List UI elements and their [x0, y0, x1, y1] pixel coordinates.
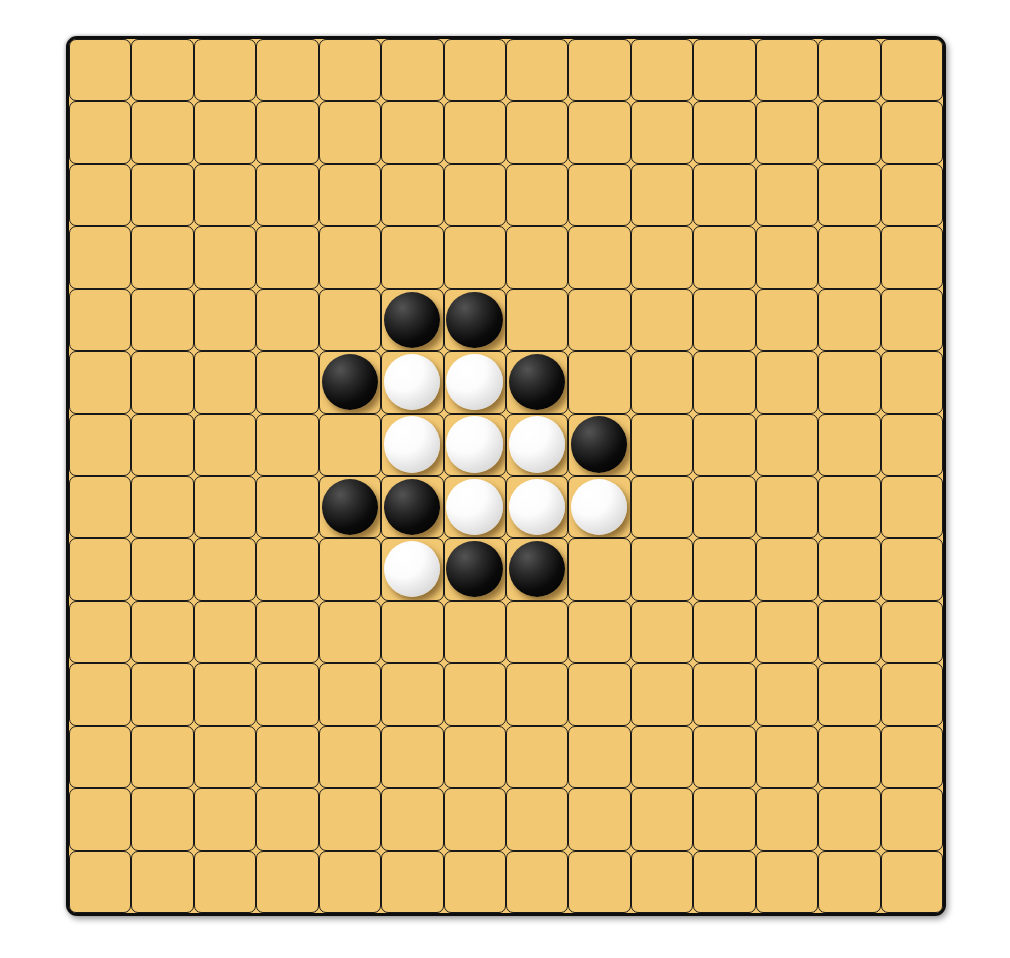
- board-cell[interactable]: [818, 663, 880, 725]
- black-stone: [384, 479, 440, 535]
- black-stone: [322, 479, 378, 535]
- board-cell[interactable]: [381, 101, 443, 163]
- board-cell[interactable]: [693, 39, 755, 101]
- board-cell[interactable]: [69, 164, 131, 226]
- board-cell[interactable]: [194, 851, 256, 913]
- board-cell[interactable]: [381, 351, 443, 413]
- board-cell[interactable]: [818, 788, 880, 850]
- board-cell[interactable]: [194, 351, 256, 413]
- board-cell[interactable]: [194, 538, 256, 600]
- board-cell[interactable]: [693, 538, 755, 600]
- board-cell[interactable]: [756, 164, 818, 226]
- white-stone: [509, 479, 565, 535]
- board-cell[interactable]: [568, 663, 630, 725]
- board-cell[interactable]: [131, 351, 193, 413]
- board-cell[interactable]: [381, 663, 443, 725]
- black-stone: [571, 416, 627, 472]
- board-cell[interactable]: [506, 414, 568, 476]
- board-cell[interactable]: [631, 351, 693, 413]
- board-cell[interactable]: [631, 851, 693, 913]
- board-cell[interactable]: [131, 726, 193, 788]
- board-cell[interactable]: [256, 601, 318, 663]
- board-cell[interactable]: [631, 476, 693, 538]
- board-cell[interactable]: [319, 726, 381, 788]
- board-cell[interactable]: [131, 476, 193, 538]
- board-cell[interactable]: [506, 538, 568, 600]
- board-cell[interactable]: [131, 289, 193, 351]
- board-cell[interactable]: [319, 164, 381, 226]
- board-cell[interactable]: [756, 101, 818, 163]
- board-cell[interactable]: [256, 164, 318, 226]
- board-cell[interactable]: [506, 101, 568, 163]
- black-stone: [446, 292, 502, 348]
- board-cell[interactable]: [381, 601, 443, 663]
- board-cell[interactable]: [319, 351, 381, 413]
- board-cell[interactable]: [568, 788, 630, 850]
- white-stone: [384, 541, 440, 597]
- board-cell[interactable]: [319, 601, 381, 663]
- white-stone: [446, 479, 502, 535]
- black-stone: [446, 541, 502, 597]
- board-cell[interactable]: [506, 601, 568, 663]
- board-cell[interactable]: [256, 351, 318, 413]
- board-cell[interactable]: [631, 414, 693, 476]
- board-cell[interactable]: [319, 476, 381, 538]
- board-cell[interactable]: [381, 226, 443, 288]
- board-cell[interactable]: [881, 663, 943, 725]
- board-cell[interactable]: [881, 476, 943, 538]
- board-cell[interactable]: [319, 101, 381, 163]
- board-cell[interactable]: [256, 226, 318, 288]
- board-cell[interactable]: [194, 414, 256, 476]
- board-cell[interactable]: [631, 226, 693, 288]
- board-cell[interactable]: [818, 289, 880, 351]
- board-cell[interactable]: [381, 538, 443, 600]
- board-cell[interactable]: [319, 414, 381, 476]
- board-cell[interactable]: [568, 101, 630, 163]
- board-cell[interactable]: [693, 414, 755, 476]
- board-cell[interactable]: [381, 164, 443, 226]
- board-cell[interactable]: [444, 663, 506, 725]
- board-cell[interactable]: [756, 601, 818, 663]
- board-cell[interactable]: [568, 476, 630, 538]
- board-cell[interactable]: [194, 289, 256, 351]
- board-cell[interactable]: [756, 476, 818, 538]
- black-stone: [322, 354, 378, 410]
- board-cell[interactable]: [194, 788, 256, 850]
- board-cell[interactable]: [69, 663, 131, 725]
- board-cell[interactable]: [444, 39, 506, 101]
- board-cell[interactable]: [131, 164, 193, 226]
- board-cell[interactable]: [69, 39, 131, 101]
- board-cell[interactable]: [568, 726, 630, 788]
- board-cell[interactable]: [818, 726, 880, 788]
- board-cell[interactable]: [131, 851, 193, 913]
- board-cell[interactable]: [69, 101, 131, 163]
- go-board: [66, 36, 946, 916]
- board-cell[interactable]: [69, 788, 131, 850]
- board-cell[interactable]: [444, 101, 506, 163]
- board-cell[interactable]: [881, 538, 943, 600]
- board-cell[interactable]: [818, 538, 880, 600]
- board-cell[interactable]: [131, 39, 193, 101]
- board-cell[interactable]: [131, 226, 193, 288]
- board-cell[interactable]: [631, 164, 693, 226]
- board-cell[interactable]: [818, 476, 880, 538]
- board-cell[interactable]: [256, 476, 318, 538]
- board-cell[interactable]: [131, 788, 193, 850]
- board-cell[interactable]: [881, 351, 943, 413]
- board-cell[interactable]: [881, 601, 943, 663]
- board-cell[interactable]: [756, 351, 818, 413]
- board-cell[interactable]: [568, 226, 630, 288]
- board-cell[interactable]: [756, 538, 818, 600]
- board-cell[interactable]: [756, 39, 818, 101]
- board-cell[interactable]: [568, 851, 630, 913]
- board-cell[interactable]: [881, 101, 943, 163]
- board-cell[interactable]: [381, 414, 443, 476]
- board-cell[interactable]: [444, 788, 506, 850]
- board-cell[interactable]: [381, 289, 443, 351]
- board-cell[interactable]: [568, 39, 630, 101]
- board-cell[interactable]: [506, 289, 568, 351]
- board-cell[interactable]: [506, 726, 568, 788]
- board-cell[interactable]: [568, 538, 630, 600]
- board-cell[interactable]: [756, 226, 818, 288]
- board-cell[interactable]: [256, 289, 318, 351]
- board-cell[interactable]: [131, 414, 193, 476]
- board-cell[interactable]: [319, 538, 381, 600]
- board-cell[interactable]: [693, 851, 755, 913]
- board-cell[interactable]: [319, 788, 381, 850]
- board-cell[interactable]: [256, 788, 318, 850]
- board-cell[interactable]: [506, 851, 568, 913]
- board-cell[interactable]: [881, 226, 943, 288]
- board-cell[interactable]: [444, 851, 506, 913]
- board-cell[interactable]: [818, 101, 880, 163]
- board-cell[interactable]: [194, 726, 256, 788]
- board-cell[interactable]: [69, 289, 131, 351]
- board-cell[interactable]: [756, 663, 818, 725]
- board-cell[interactable]: [444, 164, 506, 226]
- board-cell[interactable]: [444, 414, 506, 476]
- board-cell[interactable]: [631, 788, 693, 850]
- board-cell[interactable]: [756, 289, 818, 351]
- board-cell[interactable]: [506, 226, 568, 288]
- board-cell[interactable]: [444, 601, 506, 663]
- board-cell[interactable]: [256, 663, 318, 725]
- board-cell[interactable]: [631, 538, 693, 600]
- board-cell[interactable]: [506, 476, 568, 538]
- board-cell[interactable]: [881, 164, 943, 226]
- board-cell[interactable]: [568, 164, 630, 226]
- board-cell[interactable]: [319, 851, 381, 913]
- board-cell[interactable]: [881, 414, 943, 476]
- board-cell[interactable]: [693, 788, 755, 850]
- board-cell[interactable]: [693, 289, 755, 351]
- board-cell[interactable]: [444, 538, 506, 600]
- page-background: [0, 0, 1010, 958]
- board-cell[interactable]: [131, 538, 193, 600]
- board-cell[interactable]: [256, 726, 318, 788]
- board-cell[interactable]: [568, 601, 630, 663]
- board-cell[interactable]: [631, 663, 693, 725]
- board-cell[interactable]: [693, 726, 755, 788]
- board-cell[interactable]: [818, 351, 880, 413]
- board-cell[interactable]: [131, 601, 193, 663]
- board-cell[interactable]: [69, 851, 131, 913]
- board-cell[interactable]: [194, 601, 256, 663]
- board-cell[interactable]: [444, 726, 506, 788]
- board-cell[interactable]: [506, 39, 568, 101]
- board-cell[interactable]: [693, 663, 755, 725]
- board-cell[interactable]: [818, 414, 880, 476]
- board-cell[interactable]: [756, 414, 818, 476]
- board-cell[interactable]: [818, 164, 880, 226]
- board-cell[interactable]: [131, 663, 193, 725]
- board-cell[interactable]: [818, 601, 880, 663]
- board-cell[interactable]: [69, 538, 131, 600]
- black-stone: [509, 541, 565, 597]
- board-cell[interactable]: [568, 351, 630, 413]
- board-cell[interactable]: [256, 39, 318, 101]
- white-stone: [384, 354, 440, 410]
- white-stone: [446, 416, 502, 472]
- white-stone: [446, 354, 502, 410]
- board-cell[interactable]: [756, 851, 818, 913]
- board-cell[interactable]: [319, 226, 381, 288]
- black-stone: [509, 354, 565, 410]
- board-cell[interactable]: [381, 39, 443, 101]
- board-cell[interactable]: [693, 351, 755, 413]
- board-cell[interactable]: [256, 538, 318, 600]
- board-cell[interactable]: [881, 39, 943, 101]
- black-stone: [384, 292, 440, 348]
- board-cell[interactable]: [506, 663, 568, 725]
- board-cell[interactable]: [506, 351, 568, 413]
- board-cell[interactable]: [693, 476, 755, 538]
- white-stone: [571, 479, 627, 535]
- board-cell[interactable]: [69, 351, 131, 413]
- board-cell[interactable]: [381, 726, 443, 788]
- board-cell[interactable]: [756, 788, 818, 850]
- board-cell[interactable]: [256, 101, 318, 163]
- board-cell[interactable]: [194, 164, 256, 226]
- board-cell[interactable]: [319, 663, 381, 725]
- board-cell[interactable]: [194, 39, 256, 101]
- board-cell[interactable]: [568, 289, 630, 351]
- board-cell[interactable]: [69, 226, 131, 288]
- board-cell[interactable]: [194, 101, 256, 163]
- board-cell[interactable]: [194, 226, 256, 288]
- board-cell[interactable]: [693, 164, 755, 226]
- board-cell[interactable]: [194, 476, 256, 538]
- board-cell[interactable]: [319, 289, 381, 351]
- board-cell[interactable]: [131, 101, 193, 163]
- board-cell[interactable]: [256, 414, 318, 476]
- board-cell[interactable]: [881, 788, 943, 850]
- board-cell[interactable]: [881, 726, 943, 788]
- white-stone: [384, 416, 440, 472]
- board-cell[interactable]: [756, 726, 818, 788]
- board-cell[interactable]: [444, 226, 506, 288]
- board-cell[interactable]: [693, 601, 755, 663]
- board-cell[interactable]: [818, 39, 880, 101]
- board-cell[interactable]: [381, 476, 443, 538]
- board-cell[interactable]: [631, 601, 693, 663]
- board-cell[interactable]: [506, 164, 568, 226]
- board-cell[interactable]: [381, 788, 443, 850]
- board-cell[interactable]: [881, 289, 943, 351]
- board-cell[interactable]: [319, 39, 381, 101]
- board-cell[interactable]: [693, 101, 755, 163]
- board-cell[interactable]: [818, 226, 880, 288]
- board-cell[interactable]: [818, 851, 880, 913]
- board-cell[interactable]: [69, 414, 131, 476]
- board-cell[interactable]: [256, 851, 318, 913]
- board-cell[interactable]: [444, 351, 506, 413]
- board-cell[interactable]: [69, 601, 131, 663]
- white-stone: [509, 416, 565, 472]
- board-cell[interactable]: [506, 788, 568, 850]
- board-cell[interactable]: [69, 726, 131, 788]
- board-cell[interactable]: [194, 663, 256, 725]
- board-cell[interactable]: [631, 39, 693, 101]
- board-cell[interactable]: [444, 476, 506, 538]
- board-cell[interactable]: [568, 414, 630, 476]
- board-cell[interactable]: [631, 289, 693, 351]
- board-cell[interactable]: [631, 726, 693, 788]
- board-cell[interactable]: [631, 101, 693, 163]
- board-cell[interactable]: [881, 851, 943, 913]
- board-cell[interactable]: [69, 476, 131, 538]
- board-cell[interactable]: [444, 289, 506, 351]
- board-cell[interactable]: [381, 851, 443, 913]
- board-cell[interactable]: [693, 226, 755, 288]
